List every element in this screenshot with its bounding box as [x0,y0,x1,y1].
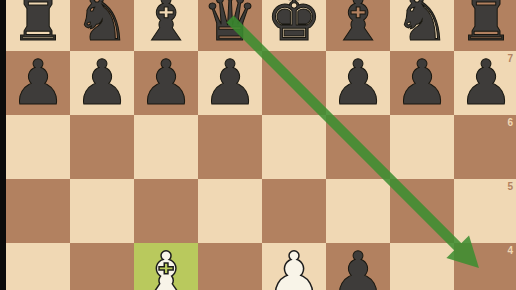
piece-black-pawn[interactable]: ♟ [326,243,390,290]
piece-black-pawn[interactable]: ♟ [6,51,70,115]
piece-black-rook[interactable]: ♜ [6,0,70,51]
square-h4[interactable]: 4 [454,243,516,290]
square-a4[interactable] [6,243,70,290]
piece-black-pawn[interactable]: ♟ [198,51,262,115]
chess-board: ♜♞♝♛♚♝♞♜♟♟♟♟♟♟7♟65♝♟♟4 [6,0,516,290]
piece-black-bishop[interactable]: ♝ [326,0,390,51]
square-d8[interactable]: ♛ [198,0,262,51]
piece-black-rook[interactable]: ♜ [454,0,516,51]
square-g7[interactable]: ♟ [390,51,454,115]
square-f8[interactable]: ♝ [326,0,390,51]
square-h6[interactable]: 6 [454,115,516,179]
square-c4[interactable]: ♝ [134,243,198,290]
square-e6[interactable] [262,115,326,179]
square-a8[interactable]: ♜ [6,0,70,51]
square-d7[interactable]: ♟ [198,51,262,115]
square-b6[interactable] [70,115,134,179]
square-b4[interactable] [70,243,134,290]
square-g6[interactable] [390,115,454,179]
square-h8[interactable]: ♜ [454,0,516,51]
square-d4[interactable] [198,243,262,290]
square-d6[interactable] [198,115,262,179]
square-g4[interactable] [390,243,454,290]
square-f5[interactable] [326,179,390,243]
square-g8[interactable]: ♞ [390,0,454,51]
piece-white-pawn[interactable]: ♟ [262,243,326,290]
square-f4[interactable]: ♟ [326,243,390,290]
square-b5[interactable] [70,179,134,243]
square-c5[interactable] [134,179,198,243]
piece-black-king[interactable]: ♚ [262,0,326,51]
square-g5[interactable] [390,179,454,243]
square-c8[interactable]: ♝ [134,0,198,51]
square-a5[interactable] [6,179,70,243]
square-d5[interactable] [198,179,262,243]
rank-label-7: 7 [507,53,513,64]
piece-black-queen[interactable]: ♛ [198,0,262,51]
left-letterbox [0,0,6,290]
square-f7[interactable]: ♟ [326,51,390,115]
square-e4[interactable]: ♟ [262,243,326,290]
square-e7[interactable] [262,51,326,115]
square-e5[interactable] [262,179,326,243]
square-c6[interactable] [134,115,198,179]
square-b7[interactable]: ♟ [70,51,134,115]
square-e8[interactable]: ♚ [262,0,326,51]
square-f6[interactable] [326,115,390,179]
square-a7[interactable]: ♟ [6,51,70,115]
piece-black-pawn[interactable]: ♟ [70,51,134,115]
piece-black-knight[interactable]: ♞ [70,0,134,51]
rank-label-6: 6 [507,117,513,128]
square-a6[interactable] [6,115,70,179]
piece-black-pawn[interactable]: ♟ [134,51,198,115]
piece-white-bishop[interactable]: ♝ [134,243,198,290]
square-b8[interactable]: ♞ [70,0,134,51]
piece-black-bishop[interactable]: ♝ [134,0,198,51]
piece-black-knight[interactable]: ♞ [390,0,454,51]
rank-label-4: 4 [507,245,513,256]
piece-black-pawn[interactable]: ♟ [390,51,454,115]
square-c7[interactable]: ♟ [134,51,198,115]
square-h5[interactable]: 5 [454,179,516,243]
rank-label-5: 5 [507,181,513,192]
piece-black-pawn[interactable]: ♟ [326,51,390,115]
square-h7[interactable]: 7♟ [454,51,516,115]
